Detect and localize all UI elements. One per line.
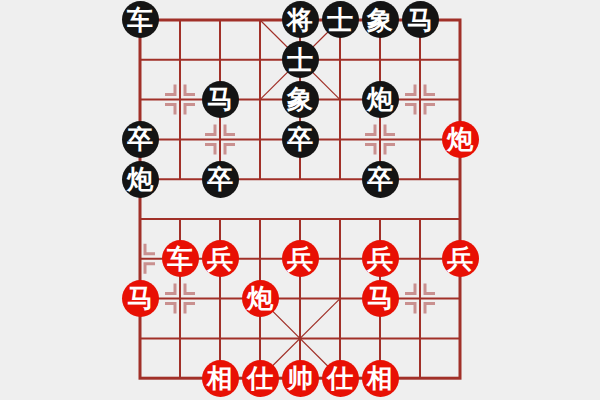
board-point-f3-r9[interactable]: 相 [200, 358, 240, 398]
piece-black-chariot[interactable]: 车 [122, 1, 159, 38]
board-point-f3-r2[interactable]: 马 [200, 80, 240, 120]
board-point-f9-r5[interactable] [440, 199, 480, 239]
board-point-f1-r7[interactable]: 马 [120, 279, 160, 319]
piece-black-advisor[interactable]: 士 [282, 41, 319, 78]
board-point-f8-r0[interactable]: 马 [400, 0, 440, 40]
board-point-f2-r3[interactable] [160, 119, 200, 159]
board-point-f4-r2[interactable] [240, 80, 280, 120]
board-point-f5-r4[interactable] [280, 159, 320, 199]
piece-red-elephant[interactable]: 相 [202, 360, 239, 397]
piece-black-horse[interactable]: 马 [202, 81, 239, 118]
board-point-f5-r1[interactable]: 士 [280, 40, 320, 80]
board-point-f6-r1[interactable] [320, 40, 360, 80]
board-point-f1-r2[interactable] [120, 80, 160, 120]
board-point-f9-r2[interactable] [440, 80, 480, 120]
board-point-f4-r5[interactable] [240, 199, 280, 239]
board-point-f9-r9[interactable] [440, 358, 480, 398]
board-point-f5-r7[interactable] [280, 279, 320, 319]
piece-red-cannon[interactable]: 炮 [442, 121, 479, 158]
piece-black-cannon[interactable]: 炮 [122, 161, 159, 198]
board-point-f7-r1[interactable] [360, 40, 400, 80]
board-point-f3-r5[interactable] [200, 199, 240, 239]
board-point-f3-r8[interactable] [200, 318, 240, 358]
piece-red-elephant[interactable]: 相 [362, 360, 399, 397]
piece-black-general[interactable]: 将 [282, 1, 319, 38]
board-point-f8-r8[interactable] [400, 318, 440, 358]
board-point-f5-r5[interactable] [280, 199, 320, 239]
board-point-f3-r6[interactable]: 兵 [200, 239, 240, 279]
board-point-f9-r0[interactable] [440, 0, 480, 40]
board-point-f7-r2[interactable]: 炮 [360, 80, 400, 120]
board-point-f8-r6[interactable] [400, 239, 440, 279]
board-point-f1-r4[interactable]: 炮 [120, 159, 160, 199]
piece-red-horse[interactable]: 马 [362, 280, 399, 317]
board-point-f8-r2[interactable] [400, 80, 440, 120]
piece-red-soldier[interactable]: 兵 [362, 240, 399, 277]
piece-black-horse[interactable]: 马 [402, 1, 439, 38]
board-point-f5-r2[interactable]: 象 [280, 80, 320, 120]
board-point-f2-r6[interactable]: 车 [160, 239, 200, 279]
board-point-f8-r9[interactable] [400, 358, 440, 398]
piece-black-soldier[interactable]: 卒 [202, 161, 239, 198]
board-point-f7-r4[interactable]: 卒 [360, 159, 400, 199]
board-point-f3-r4[interactable]: 卒 [200, 159, 240, 199]
board-point-f6-r4[interactable] [320, 159, 360, 199]
board-point-f7-r5[interactable] [360, 199, 400, 239]
board-point-f1-r9[interactable] [120, 358, 160, 398]
board-point-f1-r3[interactable]: 卒 [120, 119, 160, 159]
board-point-f6-r8[interactable] [320, 318, 360, 358]
piece-red-horse[interactable]: 马 [122, 280, 159, 317]
piece-black-soldier[interactable]: 卒 [362, 161, 399, 198]
board-point-f7-r7[interactable]: 马 [360, 279, 400, 319]
board-point-f3-r1[interactable] [200, 40, 240, 80]
piece-red-general[interactable]: 帅 [282, 360, 319, 397]
board-point-f4-r1[interactable] [240, 40, 280, 80]
board-point-f2-r2[interactable] [160, 80, 200, 120]
piece-red-cannon[interactable]: 炮 [242, 280, 279, 317]
board-point-f4-r9[interactable]: 仕 [240, 358, 280, 398]
board-point-f7-r3[interactable] [360, 119, 400, 159]
board-point-f9-r7[interactable] [440, 279, 480, 319]
board-point-f1-r1[interactable] [120, 40, 160, 80]
board-point-f6-r9[interactable]: 仕 [320, 358, 360, 398]
board-point-f6-r7[interactable] [320, 279, 360, 319]
board-point-f2-r5[interactable] [160, 199, 200, 239]
board-point-f8-r3[interactable] [400, 119, 440, 159]
board-point-f4-r4[interactable] [240, 159, 280, 199]
board-point-f6-r3[interactable] [320, 119, 360, 159]
board-point-f5-r3[interactable]: 卒 [280, 119, 320, 159]
board-point-f2-r9[interactable] [160, 358, 200, 398]
board-point-f8-r1[interactable] [400, 40, 440, 80]
piece-red-chariot[interactable]: 车 [162, 240, 199, 277]
piece-red-soldier[interactable]: 兵 [442, 240, 479, 277]
board-point-f2-r8[interactable] [160, 318, 200, 358]
xiangqi-board-screen: 车将士象马士马象炮卒卒炮炮卒卒车兵兵兵兵马炮马相仕帅仕相 [0, 0, 600, 400]
board-point-f7-r8[interactable] [360, 318, 400, 358]
board-point-f9-r6[interactable]: 兵 [440, 239, 480, 279]
board-point-f4-r7[interactable]: 炮 [240, 279, 280, 319]
board-point-f6-r0[interactable]: 士 [320, 0, 360, 40]
board-point-f3-r7[interactable] [200, 279, 240, 319]
board-point-f7-r0[interactable]: 象 [360, 0, 400, 40]
board-point-f1-r8[interactable] [120, 318, 160, 358]
board-point-f4-r3[interactable] [240, 119, 280, 159]
board-point-f8-r4[interactable] [400, 159, 440, 199]
board-point-f9-r8[interactable] [440, 318, 480, 358]
board-point-f3-r3[interactable] [200, 119, 240, 159]
piece-black-cannon[interactable]: 炮 [362, 81, 399, 118]
board-point-f9-r4[interactable] [440, 159, 480, 199]
piece-red-soldier[interactable]: 兵 [282, 240, 319, 277]
board-point-f7-r6[interactable]: 兵 [360, 239, 400, 279]
board-point-f5-r6[interactable]: 兵 [280, 239, 320, 279]
board-point-f9-r3[interactable]: 炮 [440, 119, 480, 159]
board-point-f8-r5[interactable] [400, 199, 440, 239]
board-point-f7-r9[interactable]: 相 [360, 358, 400, 398]
board-point-f1-r0[interactable]: 车 [120, 0, 160, 40]
board-point-f6-r6[interactable] [320, 239, 360, 279]
board-point-f4-r8[interactable] [240, 318, 280, 358]
board-point-f4-r0[interactable] [240, 0, 280, 40]
board-point-f6-r2[interactable] [320, 80, 360, 120]
board-point-f4-r6[interactable] [240, 239, 280, 279]
board-point-f1-r5[interactable] [120, 199, 160, 239]
piece-red-advisor[interactable]: 仕 [322, 360, 359, 397]
board-point-f6-r5[interactable] [320, 199, 360, 239]
board-point-f5-r9[interactable]: 帅 [280, 358, 320, 398]
piece-black-advisor[interactable]: 士 [322, 1, 359, 38]
board-point-f5-r8[interactable] [280, 318, 320, 358]
board-point-f2-r7[interactable] [160, 279, 200, 319]
piece-red-advisor[interactable]: 仕 [242, 360, 279, 397]
piece-black-elephant[interactable]: 象 [362, 1, 399, 38]
board-point-f2-r0[interactable] [160, 0, 200, 40]
piece-black-soldier[interactable]: 卒 [122, 121, 159, 158]
board-point-f5-r0[interactable]: 将 [280, 0, 320, 40]
board-point-f9-r1[interactable] [440, 40, 480, 80]
board-point-f3-r0[interactable] [200, 0, 240, 40]
piece-black-soldier[interactable]: 卒 [282, 121, 319, 158]
board-point-f8-r7[interactable] [400, 279, 440, 319]
board-point-f1-r6[interactable] [120, 239, 160, 279]
piece-red-soldier[interactable]: 兵 [202, 240, 239, 277]
board-grid: 车将士象马士马象炮卒卒炮炮卒卒车兵兵兵兵马炮马相仕帅仕相 [120, 0, 480, 398]
board-point-f2-r1[interactable] [160, 40, 200, 80]
piece-black-elephant[interactable]: 象 [282, 81, 319, 118]
board-point-f2-r4[interactable] [160, 159, 200, 199]
